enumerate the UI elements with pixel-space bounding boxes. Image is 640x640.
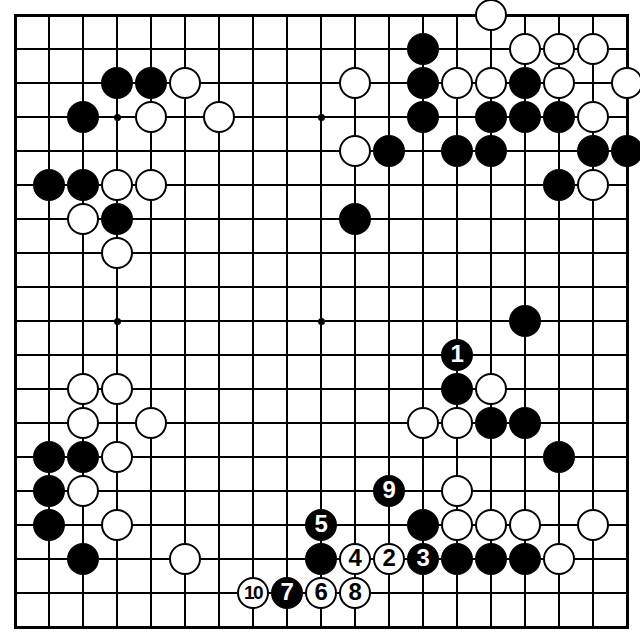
white-stone [67, 373, 99, 405]
white-stone [577, 509, 609, 541]
white-stone [101, 509, 133, 541]
white-stone [611, 67, 640, 99]
white-stone [339, 135, 371, 167]
white-stone [543, 543, 575, 575]
move-number-label: 5 [315, 512, 328, 536]
black-stone [509, 101, 541, 133]
white-stone [475, 0, 507, 31]
black-stone [441, 135, 473, 167]
white-stone [577, 33, 609, 65]
white-stone [67, 407, 99, 439]
white-stone [509, 509, 541, 541]
black-stone [67, 441, 99, 473]
black-stone [509, 305, 541, 337]
black-stone [509, 543, 541, 575]
black-stone [543, 169, 575, 201]
move-6-stone: 6 [305, 577, 337, 609]
black-stone [611, 135, 640, 167]
white-stone [441, 407, 473, 439]
black-stone [33, 169, 65, 201]
black-stone [509, 67, 541, 99]
grid-line-vertical [626, 14, 629, 629]
black-stone [509, 407, 541, 439]
black-stone [543, 101, 575, 133]
white-stone [135, 169, 167, 201]
black-stone [475, 543, 507, 575]
black-stone [373, 135, 405, 167]
white-stone [169, 67, 201, 99]
black-stone [543, 441, 575, 473]
move-9-stone: 9 [373, 475, 405, 507]
white-stone [577, 101, 609, 133]
move-5-stone: 5 [305, 509, 337, 541]
white-stone [135, 101, 167, 133]
black-stone [67, 101, 99, 133]
move-number-label: 8 [349, 580, 362, 604]
move-number-label: 9 [383, 478, 396, 502]
move-10-stone: 10 [237, 577, 269, 609]
black-stone [67, 543, 99, 575]
move-4-stone: 4 [339, 543, 371, 575]
white-stone [169, 543, 201, 575]
white-stone [203, 101, 235, 133]
grid-line-horizontal [14, 354, 629, 356]
go-diagram: 12345678910 [0, 0, 640, 640]
black-stone [339, 203, 371, 235]
white-stone [101, 441, 133, 473]
move-8-stone: 8 [339, 577, 371, 609]
grid-line-horizontal [14, 490, 629, 492]
black-stone [33, 441, 65, 473]
black-stone [305, 543, 337, 575]
black-stone [441, 543, 473, 575]
white-stone [509, 33, 541, 65]
move-number-label: 4 [349, 546, 362, 570]
white-stone [67, 203, 99, 235]
black-stone [577, 135, 609, 167]
white-stone [475, 67, 507, 99]
grid-line-vertical [354, 14, 356, 629]
black-stone [33, 509, 65, 541]
move-number-label: 10 [244, 583, 262, 602]
white-stone [67, 475, 99, 507]
move-number-label: 6 [315, 580, 328, 604]
white-stone [543, 67, 575, 99]
white-stone [407, 407, 439, 439]
white-stone [543, 33, 575, 65]
white-stone [339, 67, 371, 99]
black-stone [135, 67, 167, 99]
black-stone [101, 203, 133, 235]
grid-line-vertical [388, 14, 390, 629]
black-stone [33, 475, 65, 507]
white-stone [475, 373, 507, 405]
black-stone [407, 67, 439, 99]
white-stone [101, 373, 133, 405]
white-stone [441, 475, 473, 507]
black-stone [407, 33, 439, 65]
black-stone [407, 509, 439, 541]
white-stone [101, 237, 133, 269]
star-point [318, 114, 325, 121]
black-stone [101, 67, 133, 99]
move-3-stone: 3 [407, 543, 439, 575]
move-1-stone: 1 [441, 339, 473, 371]
black-stone [475, 135, 507, 167]
move-number-label: 2 [383, 546, 396, 570]
white-stone [441, 509, 473, 541]
black-stone [475, 407, 507, 439]
black-stone [407, 101, 439, 133]
move-2-stone: 2 [373, 543, 405, 575]
grid-line-horizontal [14, 626, 629, 629]
white-stone [577, 169, 609, 201]
white-stone [135, 407, 167, 439]
star-point [114, 114, 121, 121]
black-stone [441, 373, 473, 405]
star-point [318, 318, 325, 325]
move-number-label: 7 [281, 580, 294, 604]
white-stone [441, 67, 473, 99]
white-stone [475, 509, 507, 541]
black-stone [67, 169, 99, 201]
move-7-stone: 7 [271, 577, 303, 609]
move-number-label: 3 [417, 546, 430, 570]
move-number-label: 1 [451, 342, 464, 366]
star-point [114, 318, 121, 325]
white-stone [101, 169, 133, 201]
black-stone [475, 101, 507, 133]
